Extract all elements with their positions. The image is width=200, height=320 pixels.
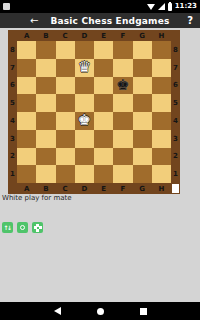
- file-label-h: H: [152, 30, 171, 41]
- square-b3[interactable]: [36, 130, 55, 148]
- file-label-f: F: [113, 30, 132, 41]
- file-label-e: E: [94, 183, 113, 194]
- white-queen: ♛: [78, 60, 91, 75]
- square-c5[interactable]: [56, 94, 75, 112]
- square-c8[interactable]: [56, 41, 75, 59]
- square-g3[interactable]: [133, 130, 152, 148]
- file-label-f: F: [113, 183, 132, 194]
- file-label-d: D: [75, 183, 94, 194]
- ring-icon: [20, 225, 25, 230]
- square-a2[interactable]: [17, 148, 36, 166]
- rank-label-8: 8: [8, 41, 17, 59]
- app-bar: ← Basic Chess Endgames ?: [0, 13, 200, 28]
- screen: 11:23 ← Basic Chess Endgames ? ABCDEFGH8…: [0, 0, 200, 320]
- rank-label-6: 6: [171, 77, 180, 95]
- file-label-c: C: [56, 30, 75, 41]
- square-a7[interactable]: [17, 59, 36, 77]
- square-f1[interactable]: [113, 165, 132, 183]
- battery-icon: [168, 3, 172, 11]
- rank-label-6: 6: [8, 77, 17, 95]
- square-d8[interactable]: [75, 41, 94, 59]
- square-b2[interactable]: [36, 148, 55, 166]
- rank-label-7: 7: [171, 59, 180, 77]
- board-corner: [8, 30, 17, 41]
- rank-label-1: 1: [171, 165, 180, 183]
- square-a8[interactable]: [17, 41, 36, 59]
- toolbar: ↑↓: [2, 222, 43, 233]
- square-a1[interactable]: [17, 165, 36, 183]
- square-e2[interactable]: [94, 148, 113, 166]
- back-arrow-icon[interactable]: ←: [30, 16, 38, 26]
- chess-board[interactable]: ABCDEFGH887♛76♚6554♚4332211ABCDEFGH: [8, 30, 180, 194]
- square-g8[interactable]: [133, 41, 152, 59]
- square-g1[interactable]: [133, 165, 152, 183]
- square-f5[interactable]: [113, 94, 132, 112]
- square-e1[interactable]: [94, 165, 113, 183]
- new-position-button[interactable]: [32, 222, 43, 233]
- square-h4[interactable]: [152, 112, 171, 130]
- square-f7[interactable]: [113, 59, 132, 77]
- rank-label-1: 1: [8, 165, 17, 183]
- square-d7[interactable]: ♛: [75, 59, 94, 77]
- square-d1[interactable]: [75, 165, 94, 183]
- navigation-bar: [0, 302, 200, 320]
- square-e5[interactable]: [94, 94, 113, 112]
- square-c1[interactable]: [56, 165, 75, 183]
- file-label-d: D: [75, 30, 94, 41]
- signal-icon: [158, 3, 165, 10]
- square-c6[interactable]: [56, 77, 75, 95]
- square-f2[interactable]: [113, 148, 132, 166]
- square-d3[interactable]: [75, 130, 94, 148]
- rank-label-5: 5: [8, 94, 17, 112]
- rank-label-2: 2: [171, 148, 180, 166]
- status-bar: 11:23: [0, 0, 200, 13]
- file-label-b: B: [36, 183, 55, 194]
- square-g4[interactable]: [133, 112, 152, 130]
- square-g2[interactable]: [133, 148, 152, 166]
- square-f6[interactable]: ♚: [113, 77, 132, 95]
- square-a5[interactable]: [17, 94, 36, 112]
- square-f8[interactable]: [113, 41, 132, 59]
- square-c2[interactable]: [56, 148, 75, 166]
- square-a4[interactable]: [17, 112, 36, 130]
- black-king: ♚: [116, 78, 129, 93]
- file-label-a: A: [17, 183, 36, 194]
- square-b7[interactable]: [36, 59, 55, 77]
- board-corner: [8, 183, 17, 194]
- square-d5[interactable]: [75, 94, 94, 112]
- square-a6[interactable]: [17, 77, 36, 95]
- file-label-b: B: [36, 30, 55, 41]
- square-h5[interactable]: [152, 94, 171, 112]
- file-label-a: A: [17, 30, 36, 41]
- wifi-icon: [147, 4, 155, 10]
- file-label-e: E: [94, 30, 113, 41]
- target-button[interactable]: [17, 222, 28, 233]
- square-h8[interactable]: [152, 41, 171, 59]
- square-e3[interactable]: [94, 130, 113, 148]
- notification-icon: [3, 3, 10, 10]
- square-e8[interactable]: [94, 41, 113, 59]
- rank-label-4: 4: [8, 112, 17, 130]
- nav-back-icon[interactable]: [54, 307, 61, 315]
- square-g7[interactable]: [133, 59, 152, 77]
- square-g5[interactable]: [133, 94, 152, 112]
- file-label-g: G: [133, 183, 152, 194]
- square-h6[interactable]: [152, 77, 171, 95]
- square-h7[interactable]: [152, 59, 171, 77]
- file-label-h: H: [152, 183, 171, 194]
- rank-label-7: 7: [8, 59, 17, 77]
- status-bar-right: 11:23: [147, 3, 197, 11]
- flip-board-button[interactable]: ↑↓: [2, 222, 13, 233]
- square-c7[interactable]: [56, 59, 75, 77]
- board-corner: [171, 30, 180, 41]
- square-h1[interactable]: [152, 165, 171, 183]
- rank-label-3: 3: [8, 130, 17, 148]
- help-button[interactable]: ?: [187, 15, 193, 26]
- square-b4[interactable]: [36, 112, 55, 130]
- file-label-c: C: [56, 183, 75, 194]
- rank-label-2: 2: [8, 148, 17, 166]
- square-b6[interactable]: [36, 77, 55, 95]
- square-b1[interactable]: [36, 165, 55, 183]
- square-c3[interactable]: [56, 130, 75, 148]
- goal-caption: White play for mate: [2, 194, 72, 202]
- square-d2[interactable]: [75, 148, 94, 166]
- square-d6[interactable]: [75, 77, 94, 95]
- page-title: Basic Chess Endgames: [50, 16, 169, 26]
- rank-label-5: 5: [171, 94, 180, 112]
- square-h3[interactable]: [152, 130, 171, 148]
- square-d4[interactable]: ♚: [75, 112, 94, 130]
- square-g6[interactable]: [133, 77, 152, 95]
- square-b5[interactable]: [36, 94, 55, 112]
- square-e7[interactable]: [94, 59, 113, 77]
- square-a3[interactable]: [17, 130, 36, 148]
- rank-label-3: 3: [171, 130, 180, 148]
- square-e4[interactable]: [94, 112, 113, 130]
- white-king: ♚: [78, 113, 91, 128]
- square-c4[interactable]: [56, 112, 75, 130]
- square-b8[interactable]: [36, 41, 55, 59]
- plus-squares-icon: [34, 224, 42, 232]
- square-f4[interactable]: [113, 112, 132, 130]
- square-f3[interactable]: [113, 130, 132, 148]
- up-down-arrows-icon: ↑↓: [3, 225, 10, 231]
- nav-home-icon[interactable]: [97, 308, 104, 315]
- rank-label-8: 8: [171, 41, 180, 59]
- clock: 11:23: [175, 3, 197, 10]
- nav-recents-icon[interactable]: [140, 308, 147, 315]
- square-h2[interactable]: [152, 148, 171, 166]
- file-label-g: G: [133, 30, 152, 41]
- square-e6[interactable]: [94, 77, 113, 95]
- turn-indicator: [172, 184, 179, 193]
- rank-label-4: 4: [171, 112, 180, 130]
